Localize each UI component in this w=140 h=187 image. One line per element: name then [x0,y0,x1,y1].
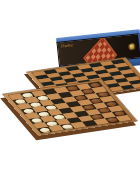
product-photo-stage: Dame [0,0,140,187]
box-title: Dame [61,42,74,48]
board-cell [116,115,131,121]
gold-seal-icon [128,43,136,51]
